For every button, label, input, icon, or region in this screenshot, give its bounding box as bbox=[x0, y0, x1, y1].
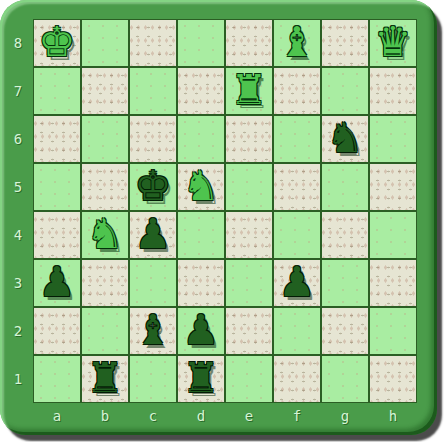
square-h8[interactable]: ♛ bbox=[370, 20, 416, 66]
square-d5[interactable]: ♞ bbox=[178, 164, 224, 210]
square-c8[interactable] bbox=[130, 20, 176, 66]
chess-board-frame: ♚♝♛♜♞♚♞♞♟♟♟♝♟♜♜ 87654321 abcdefgh bbox=[0, 0, 437, 435]
square-e2[interactable] bbox=[226, 308, 272, 354]
square-c6[interactable] bbox=[130, 116, 176, 162]
rank-label-7: 7 bbox=[5, 67, 31, 115]
square-e7[interactable]: ♜ bbox=[226, 68, 272, 114]
square-e3[interactable] bbox=[226, 260, 272, 306]
file-label-c: c bbox=[129, 403, 177, 429]
square-a6[interactable] bbox=[34, 116, 80, 162]
square-h7[interactable] bbox=[370, 68, 416, 114]
square-f4[interactable] bbox=[274, 212, 320, 258]
rank-label-6: 6 bbox=[5, 115, 31, 163]
square-a7[interactable] bbox=[34, 68, 80, 114]
piece-black-bishop[interactable]: ♝ bbox=[135, 310, 172, 351]
square-g5[interactable] bbox=[322, 164, 368, 210]
piece-white-rook[interactable]: ♜ bbox=[231, 70, 268, 111]
square-b2[interactable] bbox=[82, 308, 128, 354]
file-label-e: e bbox=[225, 403, 273, 429]
rank-label-2: 2 bbox=[5, 307, 31, 355]
square-g1[interactable] bbox=[322, 356, 368, 402]
square-e5[interactable] bbox=[226, 164, 272, 210]
square-b5[interactable] bbox=[82, 164, 128, 210]
rank-label-1: 1 bbox=[5, 355, 31, 403]
square-a4[interactable] bbox=[34, 212, 80, 258]
piece-white-king[interactable]: ♚ bbox=[39, 22, 76, 63]
square-c7[interactable] bbox=[130, 68, 176, 114]
square-b6[interactable] bbox=[82, 116, 128, 162]
square-b4[interactable]: ♞ bbox=[82, 212, 128, 258]
square-g6[interactable]: ♞ bbox=[322, 116, 368, 162]
square-h4[interactable] bbox=[370, 212, 416, 258]
square-g4[interactable] bbox=[322, 212, 368, 258]
file-label-a: a bbox=[33, 403, 81, 429]
piece-white-knight[interactable]: ♞ bbox=[183, 166, 220, 207]
file-label-b: b bbox=[81, 403, 129, 429]
piece-white-bishop[interactable]: ♝ bbox=[279, 22, 316, 63]
piece-black-pawn[interactable]: ♟ bbox=[39, 262, 76, 303]
file-label-f: f bbox=[273, 403, 321, 429]
square-c4[interactable]: ♟ bbox=[130, 212, 176, 258]
piece-black-knight[interactable]: ♞ bbox=[327, 118, 364, 159]
file-label-g: g bbox=[321, 403, 369, 429]
piece-black-king[interactable]: ♚ bbox=[135, 166, 172, 207]
square-f8[interactable]: ♝ bbox=[274, 20, 320, 66]
square-d3[interactable] bbox=[178, 260, 224, 306]
rank-label-3: 3 bbox=[5, 259, 31, 307]
square-d7[interactable] bbox=[178, 68, 224, 114]
square-b7[interactable] bbox=[82, 68, 128, 114]
square-a3[interactable]: ♟ bbox=[34, 260, 80, 306]
square-c2[interactable]: ♝ bbox=[130, 308, 176, 354]
square-c5[interactable]: ♚ bbox=[130, 164, 176, 210]
chess-board: ♚♝♛♜♞♚♞♞♟♟♟♝♟♜♜ bbox=[33, 19, 417, 403]
square-g7[interactable] bbox=[322, 68, 368, 114]
file-label-d: d bbox=[177, 403, 225, 429]
square-g2[interactable] bbox=[322, 308, 368, 354]
square-d6[interactable] bbox=[178, 116, 224, 162]
square-d4[interactable] bbox=[178, 212, 224, 258]
square-e8[interactable] bbox=[226, 20, 272, 66]
square-e4[interactable] bbox=[226, 212, 272, 258]
piece-black-pawn[interactable]: ♟ bbox=[135, 214, 172, 255]
rank-label-4: 4 bbox=[5, 211, 31, 259]
square-f7[interactable] bbox=[274, 68, 320, 114]
square-h1[interactable] bbox=[370, 356, 416, 402]
piece-black-rook[interactable]: ♜ bbox=[87, 358, 124, 399]
square-h6[interactable] bbox=[370, 116, 416, 162]
square-b8[interactable] bbox=[82, 20, 128, 66]
square-d8[interactable] bbox=[178, 20, 224, 66]
square-a8[interactable]: ♚ bbox=[34, 20, 80, 66]
square-a5[interactable] bbox=[34, 164, 80, 210]
square-d1[interactable]: ♜ bbox=[178, 356, 224, 402]
square-b3[interactable] bbox=[82, 260, 128, 306]
square-a2[interactable] bbox=[34, 308, 80, 354]
piece-black-pawn[interactable]: ♟ bbox=[279, 262, 316, 303]
square-f5[interactable] bbox=[274, 164, 320, 210]
square-a1[interactable] bbox=[34, 356, 80, 402]
piece-black-pawn[interactable]: ♟ bbox=[183, 310, 220, 351]
piece-white-queen[interactable]: ♛ bbox=[375, 22, 412, 63]
piece-white-knight[interactable]: ♞ bbox=[87, 214, 124, 255]
rank-label-8: 8 bbox=[5, 19, 31, 67]
square-d2[interactable]: ♟ bbox=[178, 308, 224, 354]
square-c3[interactable] bbox=[130, 260, 176, 306]
square-c1[interactable] bbox=[130, 356, 176, 402]
square-g3[interactable] bbox=[322, 260, 368, 306]
square-h2[interactable] bbox=[370, 308, 416, 354]
square-e6[interactable] bbox=[226, 116, 272, 162]
square-f3[interactable]: ♟ bbox=[274, 260, 320, 306]
square-f2[interactable] bbox=[274, 308, 320, 354]
square-f6[interactable] bbox=[274, 116, 320, 162]
file-labels: abcdefgh bbox=[33, 403, 417, 429]
piece-black-rook[interactable]: ♜ bbox=[183, 358, 220, 399]
square-f1[interactable] bbox=[274, 356, 320, 402]
square-g8[interactable] bbox=[322, 20, 368, 66]
square-e1[interactable] bbox=[226, 356, 272, 402]
square-h3[interactable] bbox=[370, 260, 416, 306]
rank-label-5: 5 bbox=[5, 163, 31, 211]
rank-labels: 87654321 bbox=[5, 19, 31, 403]
square-h5[interactable] bbox=[370, 164, 416, 210]
square-b1[interactable]: ♜ bbox=[82, 356, 128, 402]
file-label-h: h bbox=[369, 403, 417, 429]
